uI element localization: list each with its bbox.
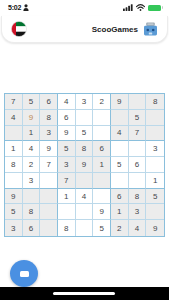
cell-r1c3[interactable]: 6 bbox=[40, 94, 58, 110]
cell-r5c5[interactable]: 9 bbox=[76, 157, 94, 173]
cell-r3c1[interactable] bbox=[5, 126, 23, 142]
cell-r2c4[interactable]: 6 bbox=[58, 110, 76, 126]
cell-r6c5[interactable] bbox=[76, 173, 94, 189]
cell-r8c5[interactable] bbox=[76, 204, 94, 220]
cell-r3c8[interactable]: 7 bbox=[129, 126, 147, 142]
cell-r4c2[interactable]: 4 bbox=[23, 141, 41, 157]
cell-r7c1[interactable]: 9 bbox=[5, 189, 23, 205]
cell-r1c4[interactable]: 4 bbox=[58, 94, 76, 110]
cell-r8c3[interactable] bbox=[40, 204, 58, 220]
cell-r5c4[interactable]: 3 bbox=[58, 157, 76, 173]
cell-r8c6[interactable]: 9 bbox=[93, 204, 111, 220]
cell-r2c7[interactable] bbox=[111, 110, 129, 126]
cell-r4c6[interactable]: 6 bbox=[93, 141, 111, 157]
home-indicator-bar bbox=[0, 287, 169, 300]
cell-r8c4[interactable] bbox=[58, 204, 76, 220]
cell-r3c5[interactable]: 5 bbox=[76, 126, 94, 142]
cell-r8c2[interactable]: 8 bbox=[23, 204, 41, 220]
cell-r5c3[interactable]: 7 bbox=[40, 157, 58, 173]
game-machine-icon bbox=[143, 22, 158, 36]
cell-r8c1[interactable]: 5 bbox=[5, 204, 23, 220]
cell-r1c6[interactable]: 2 bbox=[93, 94, 111, 110]
keypad-fab-button[interactable] bbox=[10, 260, 38, 287]
cell-r9c6[interactable]: 5 bbox=[93, 220, 111, 236]
cell-r2c6[interactable] bbox=[93, 110, 111, 126]
cell-r2c9[interactable] bbox=[146, 110, 164, 126]
cell-r8c9[interactable] bbox=[146, 204, 164, 220]
cell-r2c3[interactable]: 8 bbox=[40, 110, 58, 126]
cell-r3c6[interactable] bbox=[93, 126, 111, 142]
cell-r1c1[interactable]: 7 bbox=[5, 94, 23, 110]
cell-r6c3[interactable] bbox=[40, 173, 58, 189]
cell-r6c2[interactable]: 3 bbox=[23, 173, 41, 189]
cell-r8c7[interactable]: 1 bbox=[111, 204, 129, 220]
cell-r1c2[interactable]: 5 bbox=[23, 94, 41, 110]
cell-r7c5[interactable]: 4 bbox=[76, 189, 94, 205]
cell-r9c2[interactable]: 6 bbox=[23, 220, 41, 236]
cell-r5c1[interactable]: 8 bbox=[5, 157, 23, 173]
cell-r2c2[interactable]: 9 bbox=[23, 110, 41, 126]
cell-r5c9[interactable] bbox=[146, 157, 164, 173]
status-bar: 5:02 bbox=[0, 0, 169, 15]
cell-r5c7[interactable]: 5 bbox=[111, 157, 129, 173]
cell-r3c7[interactable]: 4 bbox=[111, 126, 129, 142]
keypad-icon bbox=[20, 271, 29, 277]
home-indicator[interactable] bbox=[53, 292, 115, 295]
app-header: ScooGames bbox=[1, 16, 168, 43]
cell-r3c9[interactable] bbox=[146, 126, 164, 142]
cell-r6c4[interactable]: 7 bbox=[58, 173, 76, 189]
cell-r6c6[interactable] bbox=[93, 173, 111, 189]
cell-r9c4[interactable]: 8 bbox=[58, 220, 76, 236]
wifi-icon bbox=[136, 4, 145, 11]
cell-r7c4[interactable]: 1 bbox=[58, 189, 76, 205]
cell-r9c9[interactable]: 9 bbox=[146, 220, 164, 236]
cell-r7c9[interactable]: 5 bbox=[146, 189, 164, 205]
cell-r7c7[interactable]: 6 bbox=[111, 189, 129, 205]
battery-icon bbox=[148, 5, 161, 11]
cell-r2c1[interactable]: 4 bbox=[5, 110, 23, 126]
uae-flag-button[interactable] bbox=[11, 21, 27, 37]
cell-r9c3[interactable] bbox=[40, 220, 58, 236]
cell-r5c6[interactable]: 1 bbox=[93, 157, 111, 173]
cell-r7c3[interactable] bbox=[40, 189, 58, 205]
cell-r3c2[interactable]: 1 bbox=[23, 126, 41, 142]
cell-r9c5[interactable] bbox=[76, 220, 94, 236]
cell-r5c8[interactable]: 6 bbox=[129, 157, 147, 173]
cell-r1c9[interactable]: 8 bbox=[146, 94, 164, 110]
cellular-signal-icon bbox=[123, 4, 133, 11]
cell-r2c5[interactable] bbox=[76, 110, 94, 126]
cell-r3c4[interactable]: 9 bbox=[58, 126, 76, 142]
cell-r1c5[interactable]: 3 bbox=[76, 94, 94, 110]
cell-r1c8[interactable] bbox=[129, 94, 147, 110]
cell-r6c7[interactable] bbox=[111, 173, 129, 189]
cell-r9c7[interactable]: 2 bbox=[111, 220, 129, 236]
app-title: ScooGames bbox=[92, 25, 138, 34]
cell-r5c2[interactable]: 2 bbox=[23, 157, 41, 173]
cell-r4c1[interactable]: 1 bbox=[5, 141, 23, 157]
cell-r4c3[interactable]: 9 bbox=[40, 141, 58, 157]
cell-r6c9[interactable]: 1 bbox=[146, 173, 164, 189]
cell-r2c8[interactable]: 5 bbox=[129, 110, 147, 126]
uae-flag-icon bbox=[11, 21, 27, 37]
person-icon bbox=[23, 4, 29, 11]
cell-r7c8[interactable]: 8 bbox=[129, 189, 147, 205]
sudoku-board: 7564329849865139547149586382739156371914… bbox=[4, 93, 165, 237]
cell-r4c5[interactable]: 8 bbox=[76, 141, 94, 157]
cell-r8c8[interactable]: 3 bbox=[129, 204, 147, 220]
cell-r9c8[interactable]: 4 bbox=[129, 220, 147, 236]
cell-r7c6[interactable] bbox=[93, 189, 111, 205]
status-time: 5:02 bbox=[8, 4, 21, 11]
cell-r4c4[interactable]: 5 bbox=[58, 141, 76, 157]
cell-r6c8[interactable] bbox=[129, 173, 147, 189]
cell-r9c1[interactable]: 3 bbox=[5, 220, 23, 236]
cell-r4c8[interactable] bbox=[129, 141, 147, 157]
cell-r4c9[interactable]: 3 bbox=[146, 141, 164, 157]
cell-r1c7[interactable]: 9 bbox=[111, 94, 129, 110]
cell-r6c1[interactable] bbox=[5, 173, 23, 189]
cell-r3c3[interactable]: 3 bbox=[40, 126, 58, 142]
cell-r4c7[interactable] bbox=[111, 141, 129, 157]
cell-r7c2[interactable] bbox=[23, 189, 41, 205]
